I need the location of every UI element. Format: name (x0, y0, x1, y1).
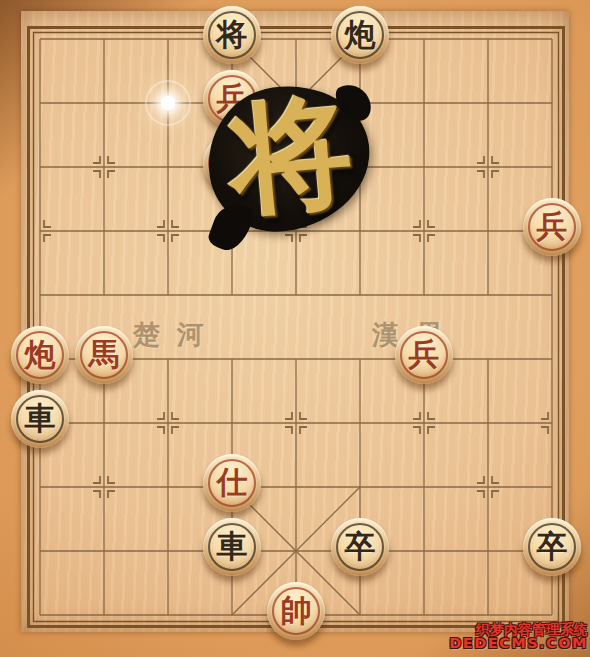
piece-red-soldier[interactable]: 兵 (395, 326, 453, 384)
board[interactable] (21, 11, 569, 632)
piece-red-advisor[interactable]: 仕 (203, 454, 261, 512)
piece-glyph: 兵 (217, 147, 248, 178)
piece-glyph: 兵 (409, 339, 440, 370)
piece-red-cannon[interactable]: 炮 (11, 326, 69, 384)
piece-black-cannon[interactable]: 炮 (331, 6, 389, 64)
piece-red-general[interactable]: 帥 (267, 582, 325, 640)
piece-glyph: 炮 (25, 339, 56, 370)
piece-glyph: 兵 (217, 83, 248, 114)
piece-red-soldier[interactable]: 兵 (523, 198, 581, 256)
piece-black-chariot[interactable]: 車 (11, 390, 69, 448)
piece-glyph: 帥 (281, 595, 312, 626)
piece-black-soldier[interactable]: 卒 (523, 518, 581, 576)
piece-black-chariot[interactable]: 車 (203, 518, 261, 576)
piece-glyph: 卒 (345, 531, 376, 562)
piece-glyph: 車 (25, 403, 56, 434)
piece-red-soldier[interactable]: 兵 (203, 134, 261, 192)
piece-black-soldier[interactable]: 卒 (331, 518, 389, 576)
river-label-left: 楚河 (133, 318, 221, 352)
piece-glyph: 将 (217, 19, 248, 50)
piece-red-horse[interactable]: 馬 (75, 326, 133, 384)
piece-red-soldier[interactable]: 兵 (203, 70, 261, 128)
piece-glyph: 兵 (537, 211, 568, 242)
piece-black-general[interactable]: 将 (203, 6, 261, 64)
piece-glyph: 仕 (217, 467, 248, 498)
piece-glyph: 炮 (345, 19, 376, 50)
piece-glyph: 車 (217, 531, 248, 562)
piece-glyph: 卒 (537, 531, 568, 562)
watermark-line2: DEDECMS.COM (449, 636, 588, 652)
piece-glyph: 馬 (89, 339, 120, 370)
app-frame: 楚河 漢界 将炮兵兵兵炮馬兵車仕車卒卒帥 将 织梦内容管理系统 DEDECMS.… (0, 0, 590, 657)
